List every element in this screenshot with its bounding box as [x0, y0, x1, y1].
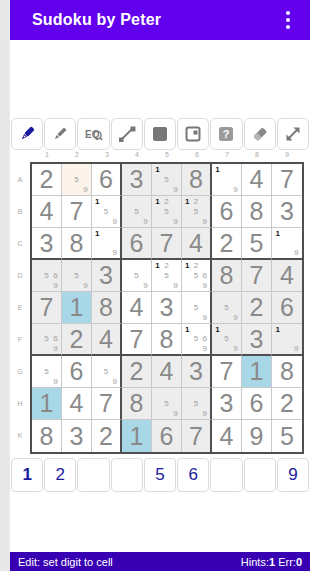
pencil-marks: 569 [33, 261, 60, 290]
cell-E5[interactable]: 3 [152, 292, 182, 324]
cell-digit: 4 [242, 164, 271, 195]
cell-digit: 3 [272, 196, 302, 227]
cell-F3[interactable]: 4 [92, 324, 122, 356]
cell-digit: 1 [32, 388, 61, 419]
toolbar-button-question[interactable]: ? [210, 118, 242, 150]
toolbar-button-pen[interactable] [11, 118, 43, 150]
cell-C4[interactable]: 6 [122, 228, 152, 260]
pencil-marks: 12569 [183, 261, 209, 290]
cell-H6[interactable]: 59 [182, 388, 212, 420]
status-mode-text: Edit: set digit to cell [18, 556, 113, 568]
corner-square-icon [183, 124, 203, 144]
pencil-marks: 159 [213, 325, 240, 353]
pencil-icon [50, 124, 70, 144]
cell-E9[interactable]: 6 [272, 292, 302, 324]
digit-button-6[interactable]: 6 [177, 458, 209, 492]
cell-B1[interactable]: 4 [32, 196, 62, 228]
pencil-marks: 1259 [153, 197, 180, 226]
cell-F9[interactable]: 19 [272, 324, 302, 356]
cell-digit: 4 [182, 228, 210, 258]
col-label-2: 2 [62, 151, 92, 158]
cell-F1[interactable]: 569 [32, 324, 62, 356]
pencil-marks: 59 [123, 261, 150, 290]
cell-H9[interactable]: 2 [272, 388, 302, 420]
cell-K9[interactable]: 5 [272, 420, 302, 452]
pencil-marks: 59 [213, 293, 240, 322]
status-counters: Hints:1 Err:0 [241, 556, 302, 568]
digit-button-2[interactable]: 2 [44, 458, 76, 492]
app-header: Sudoku by Peter [10, 0, 310, 40]
cell-E2[interactable]: 1 [62, 292, 92, 324]
cell-digit: 7 [122, 324, 151, 354]
cell-digit: 9 [242, 420, 271, 452]
cell-digit: 4 [212, 420, 241, 452]
pencil-marks: 59 [33, 357, 60, 386]
cell-A3[interactable]: 6 [92, 164, 122, 196]
cell-digit: 4 [152, 356, 181, 387]
toolbar-button-analyze-eq[interactable]: EQ [77, 118, 109, 150]
cell-digit: 3 [32, 228, 61, 258]
cell-digit: 6 [122, 228, 151, 258]
cell-digit: 7 [92, 388, 120, 419]
cell-D4[interactable]: 59 [122, 260, 152, 292]
cell-digit: 4 [92, 324, 120, 354]
cell-E1[interactable]: 7 [32, 292, 62, 324]
row-label-D: D [10, 259, 30, 291]
cell-K6[interactable]: 7 [182, 420, 212, 452]
cell-E7[interactable]: 59 [212, 292, 242, 324]
cell-digit: 8 [122, 388, 151, 419]
row-labels: ABCDEFGHK [10, 163, 30, 451]
cell-B2[interactable]: 7 [62, 196, 92, 228]
app-window: Sudoku by Peter EQ? 123456789 ABCDEFGHK … [10, 0, 310, 571]
cell-G4[interactable]: 2 [122, 356, 152, 388]
pencil-marks: 59 [183, 293, 209, 322]
cell-D2[interactable]: 59 [62, 260, 92, 292]
sudoku-board: 2596315981947471595912591259683381967425… [30, 162, 304, 454]
col-label-5: 5 [152, 151, 182, 158]
pencil-marks: 59 [93, 357, 119, 386]
row-label-C: C [10, 227, 30, 259]
cell-digit: 1 [242, 356, 271, 387]
toolbar-button-filled-square[interactable] [144, 118, 176, 150]
pencil-marks: 159 [153, 165, 180, 194]
digit-button-8[interactable] [244, 458, 276, 492]
digit-button-1[interactable]: 1 [11, 458, 43, 492]
cell-digit: 2 [32, 164, 61, 195]
cell-A1[interactable]: 2 [32, 164, 62, 196]
cell-H5[interactable]: 59 [152, 388, 182, 420]
cell-digit: 3 [62, 420, 91, 452]
app-title: Sudoku by Peter [32, 11, 161, 29]
cell-B6[interactable]: 1259 [182, 196, 212, 228]
col-label-4: 4 [122, 151, 152, 158]
toolbar-button-corner-square[interactable] [177, 118, 209, 150]
cell-digit: 2 [122, 356, 151, 387]
digit-button-7[interactable] [210, 458, 242, 492]
cell-E8[interactable]: 2 [242, 292, 272, 324]
digit-bar: 12569 [10, 458, 310, 492]
cell-digit: 6 [92, 164, 120, 195]
cell-B3[interactable]: 159 [92, 196, 122, 228]
cell-digit: 2 [92, 420, 120, 452]
cell-digit: 8 [242, 196, 271, 227]
cell-C5[interactable]: 7 [152, 228, 182, 260]
cell-digit: 7 [242, 260, 271, 291]
cell-G9[interactable]: 8 [272, 356, 302, 388]
cell-digit: 8 [32, 420, 61, 452]
cell-E4[interactable]: 4 [122, 292, 152, 324]
cell-E6[interactable]: 59 [182, 292, 212, 324]
cell-digit: 4 [62, 388, 91, 419]
cell-H4[interactable]: 8 [122, 388, 152, 420]
cell-digit: 7 [152, 228, 181, 258]
filled-square-icon [150, 124, 170, 144]
column-labels: 123456789 [32, 151, 302, 158]
pencil-marks: 1259 [183, 197, 209, 226]
cell-A6[interactable]: 8 [182, 164, 212, 196]
cell-digit: 7 [62, 196, 91, 227]
cell-F6[interactable]: 1569 [182, 324, 212, 356]
col-label-1: 1 [32, 151, 62, 158]
err-value: 0 [296, 556, 302, 568]
cell-K5[interactable]: 6 [152, 420, 182, 452]
cell-digit: 3 [122, 164, 151, 195]
cell-digit: 8 [212, 260, 241, 291]
cell-digit: 8 [152, 324, 181, 354]
pencil-marks: 1569 [183, 325, 209, 353]
cell-digit: 4 [122, 292, 151, 323]
col-label-6: 6 [182, 151, 212, 158]
cell-B5[interactable]: 1259 [152, 196, 182, 228]
cell-digit: 6 [242, 388, 271, 419]
hints-value: 1 [269, 556, 275, 568]
err-label: Err: [278, 556, 296, 568]
cell-K1[interactable]: 8 [32, 420, 62, 452]
cell-A7[interactable]: 19 [212, 164, 242, 196]
cell-C9[interactable]: 19 [272, 228, 302, 260]
digit-button-9[interactable]: 9 [277, 458, 309, 492]
cell-digit: 1 [122, 420, 151, 452]
cell-H2[interactable]: 4 [62, 388, 92, 420]
cell-digit: 2 [242, 292, 271, 323]
analyze-eq-icon: EQ [84, 124, 104, 144]
pencil-marks: 1259 [153, 261, 180, 290]
line-tool-icon [117, 124, 137, 144]
pen-icon [17, 124, 37, 144]
cell-D5[interactable]: 1259 [152, 260, 182, 292]
cell-digit: 4 [272, 260, 302, 291]
cell-D8[interactable]: 7 [242, 260, 272, 292]
toolbar-button-eraser[interactable] [244, 118, 276, 150]
pencil-marks: 19 [213, 165, 240, 194]
cell-F2[interactable]: 2 [62, 324, 92, 356]
cell-digit: 7 [182, 420, 210, 452]
cell-A9[interactable]: 7 [272, 164, 302, 196]
cell-digit: 3 [242, 324, 271, 354]
cell-digit: 7 [32, 292, 61, 323]
status-bar: Edit: set digit to cell Hints:1 Err:0 [10, 552, 310, 571]
col-label-9: 9 [272, 151, 302, 158]
row-label-B: B [10, 195, 30, 227]
menu-button[interactable] [274, 6, 302, 34]
toolbar-button-expand[interactable] [277, 118, 309, 150]
cell-A4[interactable]: 3 [122, 164, 152, 196]
cell-E3[interactable]: 8 [92, 292, 122, 324]
cell-B8[interactable]: 8 [242, 196, 272, 228]
eraser-icon [250, 124, 270, 144]
row-label-G: G [10, 355, 30, 387]
col-label-7: 7 [212, 151, 242, 158]
cell-D1[interactable]: 569 [32, 260, 62, 292]
expand-icon [283, 124, 303, 144]
digit-button-4[interactable] [111, 458, 143, 492]
cell-K8[interactable]: 9 [242, 420, 272, 452]
cell-B4[interactable]: 59 [122, 196, 152, 228]
cell-digit: 8 [62, 228, 91, 258]
toolbar-button-pencil[interactable] [44, 118, 76, 150]
cell-C1[interactable]: 3 [32, 228, 62, 260]
pencil-marks: 569 [33, 325, 60, 353]
cell-H1[interactable]: 1 [32, 388, 62, 420]
pencil-marks: 59 [123, 197, 150, 226]
cell-digit: 3 [92, 260, 120, 291]
cell-A8[interactable]: 4 [242, 164, 272, 196]
cell-G1[interactable]: 59 [32, 356, 62, 388]
cell-H8[interactable]: 6 [242, 388, 272, 420]
cell-F4[interactable]: 7 [122, 324, 152, 356]
pencil-marks: 59 [153, 389, 180, 418]
pencil-marks: 59 [63, 261, 90, 290]
cell-F8[interactable]: 3 [242, 324, 272, 356]
cell-digit: 7 [272, 164, 302, 195]
col-label-3: 3 [92, 151, 122, 158]
pencil-marks: 19 [93, 229, 119, 257]
row-label-K: K [10, 419, 30, 451]
cell-digit: 6 [152, 420, 181, 452]
cell-H3[interactable]: 7 [92, 388, 122, 420]
cell-C6[interactable]: 4 [182, 228, 212, 260]
cell-digit: 4 [32, 196, 61, 227]
cell-digit: 2 [212, 228, 241, 258]
toolbar: EQ? [10, 118, 310, 150]
cell-F5[interactable]: 8 [152, 324, 182, 356]
cell-digit: 5 [272, 420, 302, 452]
cell-digit: 1 [62, 292, 91, 323]
cell-G7[interactable]: 7 [212, 356, 242, 388]
cell-G6[interactable]: 3 [182, 356, 212, 388]
cell-digit: 3 [152, 292, 181, 323]
cell-B7[interactable]: 6 [212, 196, 242, 228]
cell-digit: 6 [62, 356, 91, 387]
cell-digit: 8 [92, 292, 120, 323]
kebab-menu-icon [286, 11, 290, 29]
cell-G3[interactable]: 59 [92, 356, 122, 388]
cell-K4[interactable]: 1 [122, 420, 152, 452]
cell-D3[interactable]: 3 [92, 260, 122, 292]
cell-K3[interactable]: 2 [92, 420, 122, 452]
cell-G5[interactable]: 4 [152, 356, 182, 388]
cell-digit: 7 [212, 356, 241, 387]
pencil-marks: 59 [63, 165, 90, 194]
row-label-A: A [10, 163, 30, 195]
digit-button-3[interactable] [77, 458, 109, 492]
svg-text:?: ? [223, 128, 230, 140]
cell-digit: 5 [242, 228, 271, 258]
cell-C8[interactable]: 5 [242, 228, 272, 260]
cell-K2[interactable]: 3 [62, 420, 92, 452]
cell-A5[interactable]: 159 [152, 164, 182, 196]
question-icon: ? [216, 124, 236, 144]
cell-D6[interactable]: 12569 [182, 260, 212, 292]
cell-D7[interactable]: 8 [212, 260, 242, 292]
cell-digit: 3 [212, 388, 241, 419]
pencil-marks: 159 [93, 197, 119, 226]
cell-digit: 6 [272, 292, 302, 323]
cell-G2[interactable]: 6 [62, 356, 92, 388]
cell-H7[interactable]: 3 [212, 388, 242, 420]
row-label-H: H [10, 387, 30, 419]
cell-A2[interactable]: 59 [62, 164, 92, 196]
toolbar-button-line-tool[interactable] [111, 118, 143, 150]
cell-digit: 8 [182, 164, 210, 195]
cell-C2[interactable]: 8 [62, 228, 92, 260]
cell-digit: 6 [212, 196, 241, 227]
cell-G8[interactable]: 1 [242, 356, 272, 388]
digit-button-5[interactable]: 5 [144, 458, 176, 492]
cell-D9[interactable]: 4 [272, 260, 302, 292]
cell-digit: 2 [272, 388, 302, 419]
cell-C3[interactable]: 19 [92, 228, 122, 260]
cell-F7[interactable]: 159 [212, 324, 242, 356]
cell-C7[interactable]: 2 [212, 228, 242, 260]
pencil-marks: 59 [183, 389, 209, 418]
pencil-marks: 19 [273, 325, 301, 353]
row-label-E: E [10, 291, 30, 323]
row-label-F: F [10, 323, 30, 355]
cell-K7[interactable]: 4 [212, 420, 242, 452]
cell-digit: 3 [182, 356, 210, 387]
cell-digit: 2 [62, 324, 91, 354]
col-label-8: 8 [242, 151, 272, 158]
pencil-marks: 19 [273, 229, 301, 257]
hints-label: Hints: [241, 556, 269, 568]
cell-digit: 8 [272, 356, 302, 387]
cell-B9[interactable]: 3 [272, 196, 302, 228]
